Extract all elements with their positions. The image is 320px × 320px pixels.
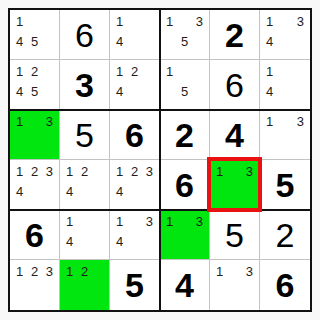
entered-digit: 2 xyxy=(260,210,310,259)
candidate-2: 2 xyxy=(31,63,38,83)
cell-r1c5[interactable]: 2 xyxy=(210,10,260,60)
candidate-grid: 1245 xyxy=(10,60,59,103)
candidate-3: 3 xyxy=(46,163,53,183)
given-digit: 6 xyxy=(110,110,159,159)
cell-r2c1[interactable]: 1245 xyxy=(10,60,60,110)
cell-r5c4[interactable]: 13 xyxy=(160,210,210,260)
candidate-2: 2 xyxy=(81,163,88,183)
candidate-grid: 134 xyxy=(260,10,310,53)
candidate-4: 4 xyxy=(116,233,123,253)
given-digit: 2 xyxy=(210,10,259,59)
candidate-1: 1 xyxy=(16,263,23,283)
candidate-4: 4 xyxy=(266,33,273,53)
entered-digit: 6 xyxy=(60,10,109,59)
candidate-3: 3 xyxy=(146,163,153,183)
candidate-5: 5 xyxy=(31,83,38,103)
given-digit: 4 xyxy=(210,110,259,159)
candidate-grid: 13 xyxy=(10,110,59,153)
given-digit: 6 xyxy=(260,260,310,310)
candidate-4: 4 xyxy=(66,183,73,203)
candidate-grid: 12 xyxy=(60,260,109,303)
cell-r6c5[interactable]: 13 xyxy=(210,260,260,310)
cell-r3c4[interactable]: 2 xyxy=(160,110,210,160)
given-digit: 5 xyxy=(110,260,159,310)
candidate-5: 5 xyxy=(181,83,188,103)
given-digit: 6 xyxy=(10,210,59,259)
candidate-grid: 123 xyxy=(10,260,59,303)
candidate-3: 3 xyxy=(46,263,53,283)
candidate-1: 1 xyxy=(66,263,73,283)
cell-r3c5[interactable]: 4 xyxy=(210,110,260,160)
candidate-1: 1 xyxy=(166,13,173,33)
candidate-4: 4 xyxy=(116,83,123,103)
cell-r2c2[interactable]: 3 xyxy=(60,60,110,110)
candidate-4: 4 xyxy=(116,33,123,53)
candidate-1: 1 xyxy=(116,13,123,33)
cell-r6c4[interactable]: 4 xyxy=(160,260,210,310)
candidate-1: 1 xyxy=(16,13,23,33)
app-background: { "game": "sudoku-6x6", "rules": "6x6 su… xyxy=(0,0,320,320)
cell-r1c3[interactable]: 14 xyxy=(110,10,160,60)
cell-r1c1[interactable]: 145 xyxy=(10,10,60,60)
candidate-grid: 145 xyxy=(10,10,59,53)
candidate-3: 3 xyxy=(196,13,203,33)
candidate-1: 1 xyxy=(266,63,273,83)
candidate-1: 1 xyxy=(266,13,273,33)
cell-r3c2[interactable]: 5 xyxy=(60,110,110,160)
given-digit: 4 xyxy=(160,260,209,310)
given-digit: 5 xyxy=(260,160,310,209)
candidate-1: 1 xyxy=(116,213,123,233)
candidate-4: 4 xyxy=(66,233,73,253)
cell-r6c1[interactable]: 123 xyxy=(10,260,60,310)
cell-r2c6[interactable]: 14 xyxy=(260,60,310,110)
cell-r4c2[interactable]: 124 xyxy=(60,160,110,210)
candidate-1: 1 xyxy=(166,63,173,83)
candidate-3: 3 xyxy=(246,263,253,283)
sudoku-board: 1456141352134124531241561413562413123412… xyxy=(10,10,310,310)
candidate-grid: 14 xyxy=(260,60,310,103)
candidate-2: 2 xyxy=(131,63,138,83)
cell-r2c3[interactable]: 124 xyxy=(110,60,160,110)
cell-r5c2[interactable]: 14 xyxy=(60,210,110,260)
given-digit: 3 xyxy=(60,60,109,109)
candidate-grid: 13 xyxy=(210,160,259,203)
candidate-grid: 134 xyxy=(110,210,159,253)
candidate-4: 4 xyxy=(116,183,123,203)
cell-r5c6[interactable]: 2 xyxy=(260,210,310,260)
candidate-grid: 124 xyxy=(110,60,159,103)
candidate-2: 2 xyxy=(31,163,38,183)
cell-r5c1[interactable]: 6 xyxy=(10,210,60,260)
cell-r2c4[interactable]: 15 xyxy=(160,60,210,110)
candidate-1: 1 xyxy=(66,213,73,233)
candidate-1: 1 xyxy=(216,263,223,283)
candidate-5: 5 xyxy=(31,33,38,53)
cell-r4c1[interactable]: 1234 xyxy=(10,160,60,210)
cell-r1c4[interactable]: 135 xyxy=(160,10,210,60)
cell-r1c2[interactable]: 6 xyxy=(60,10,110,60)
candidate-grid: 14 xyxy=(60,210,109,253)
entered-digit: 5 xyxy=(60,110,109,159)
candidate-1: 1 xyxy=(166,213,173,233)
candidate-3: 3 xyxy=(146,213,153,233)
candidate-4: 4 xyxy=(16,183,23,203)
candidate-grid: 124 xyxy=(60,160,109,203)
candidate-grid: 135 xyxy=(160,10,209,53)
cell-r3c6[interactable]: 13 xyxy=(260,110,310,160)
given-digit: 6 xyxy=(160,160,209,209)
candidate-grid: 1234 xyxy=(110,160,159,203)
cell-r4c3[interactable]: 1234 xyxy=(110,160,160,210)
candidate-1: 1 xyxy=(66,163,73,183)
cell-r2c5[interactable]: 6 xyxy=(210,60,260,110)
cell-r6c2[interactable]: 12 xyxy=(60,260,110,310)
given-digit: 2 xyxy=(160,110,209,159)
candidate-3: 3 xyxy=(246,163,253,183)
cell-r5c5[interactable]: 5 xyxy=(210,210,260,260)
cell-r6c6[interactable]: 6 xyxy=(260,260,310,310)
cell-r6c3[interactable]: 5 xyxy=(110,260,160,310)
cell-r1c6[interactable]: 134 xyxy=(260,10,310,60)
candidate-grid: 1234 xyxy=(10,160,59,203)
candidate-grid: 13 xyxy=(210,260,259,303)
entered-digit: 5 xyxy=(210,210,259,259)
candidate-4: 4 xyxy=(266,83,273,103)
cell-r4c6[interactable]: 5 xyxy=(260,160,310,210)
candidate-3: 3 xyxy=(297,113,304,133)
candidate-3: 3 xyxy=(196,213,203,233)
cell-r4c4[interactable]: 6 xyxy=(160,160,210,210)
candidate-1: 1 xyxy=(16,63,23,83)
sudoku-board-frame: 1456141352134124531241561413562413123412… xyxy=(8,8,312,312)
candidate-2: 2 xyxy=(31,263,38,283)
cell-r4c5[interactable]: 13 xyxy=(210,160,260,210)
entered-digit: 6 xyxy=(210,60,259,109)
cell-r3c3[interactable]: 6 xyxy=(110,110,160,160)
candidate-grid: 15 xyxy=(160,60,209,103)
candidate-4: 4 xyxy=(16,33,23,53)
candidate-1: 1 xyxy=(116,163,123,183)
candidate-2: 2 xyxy=(81,263,88,283)
candidate-4: 4 xyxy=(16,83,23,103)
cell-r5c3[interactable]: 134 xyxy=(110,210,160,260)
candidate-1: 1 xyxy=(266,113,273,133)
cell-r3c1[interactable]: 13 xyxy=(10,110,60,160)
candidate-1: 1 xyxy=(116,63,123,83)
candidate-grid: 13 xyxy=(260,110,310,153)
candidate-3: 3 xyxy=(46,113,53,133)
candidate-3: 3 xyxy=(297,13,304,33)
candidate-1: 1 xyxy=(16,113,23,133)
candidate-grid: 13 xyxy=(160,210,209,253)
candidate-1: 1 xyxy=(16,163,23,183)
candidate-1: 1 xyxy=(216,163,223,183)
candidate-5: 5 xyxy=(181,33,188,53)
candidate-2: 2 xyxy=(131,163,138,183)
candidate-grid: 14 xyxy=(110,10,159,53)
